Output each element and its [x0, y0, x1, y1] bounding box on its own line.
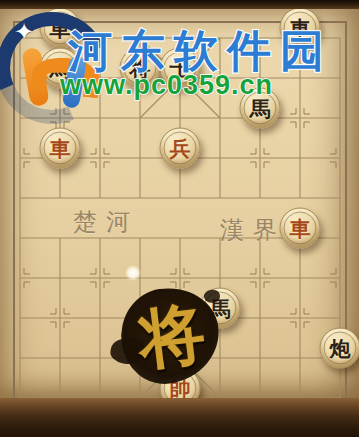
piece-character: 車: [50, 129, 71, 168]
river-label-han-jie: 漢界: [220, 214, 286, 246]
piece-character: 炮: [330, 329, 351, 368]
piece-character: 兵: [170, 129, 191, 168]
piece-red-soldier[interactable]: 兵: [160, 128, 201, 169]
logo-star-icon: ✦: [14, 18, 34, 46]
check-badge-character: 将: [129, 290, 215, 383]
watermark-site-url: www.pc0359.cn: [60, 70, 273, 101]
river-label-chu-he: 楚河: [73, 206, 139, 238]
move-glow-effect: [125, 265, 141, 281]
piece-black-cannon[interactable]: 炮: [320, 328, 359, 369]
board-frame-bottom: [0, 398, 359, 437]
piece-red-chariot[interactable]: 車: [40, 128, 81, 169]
piece-character: 車: [290, 209, 311, 248]
xiangqi-game-screen: 楚河 漢界 車車馬将士馬車兵車馬炮帥 将 ✦ 河东软件园 www.pc0359.…: [0, 0, 359, 437]
piece-red-chariot[interactable]: 車: [280, 208, 321, 249]
